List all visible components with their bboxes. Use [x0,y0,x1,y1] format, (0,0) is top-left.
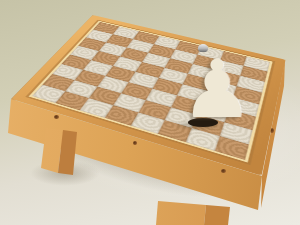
metal-finial-icon [198,44,208,52]
white-pawn[interactable]: ♟ [181,44,225,128]
pawn-glyph: ♟ [181,50,225,130]
photo-backdrop: ♟ [0,0,300,225]
tabletop [0,0,300,225]
